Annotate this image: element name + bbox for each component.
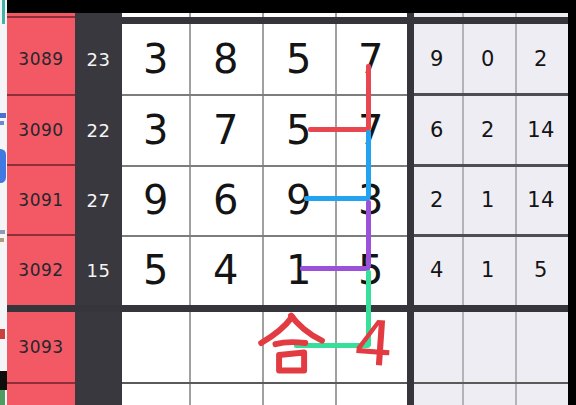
stat-cell: 14 (517, 187, 565, 213)
stat-cell: 2 (413, 187, 461, 213)
digit-cell: 5 (275, 36, 323, 82)
background-text-fragment (0, 113, 6, 118)
stat-cell: 2 (517, 46, 565, 72)
period-cell: 3091 (7, 189, 75, 211)
digit-cell: 6 (202, 177, 250, 223)
background-dark-blob (0, 371, 7, 390)
stat-cell: 6 (413, 117, 461, 143)
digit-cell: 5 (132, 247, 180, 293)
lottery-trend-chart: 3089 3090 3091 3092 3093 23 22 27 15 3 8… (0, 0, 576, 405)
stat-cell: 5 (517, 257, 565, 283)
thick-band-top (122, 17, 568, 25)
background-text-fragment (0, 329, 5, 339)
digit-cell: 3 (132, 107, 180, 153)
stat-cell: 0 (464, 46, 512, 72)
grid-vline (189, 13, 191, 405)
stats-hline (414, 234, 568, 237)
sum-cell (75, 336, 122, 358)
stat-cell: 1 (464, 257, 512, 283)
thick-band-mid (7, 305, 568, 312)
right-frame (568, 13, 576, 405)
grid-hline (122, 165, 407, 167)
stat-cell: 4 (413, 257, 461, 283)
background-avatar-blob (0, 149, 6, 183)
grid-hline (122, 382, 407, 384)
top-frame (7, 0, 576, 13)
period-separator (7, 164, 75, 166)
trend-line-red-vertical (366, 64, 371, 130)
stat-cell: 9 (413, 46, 461, 72)
period-separator (7, 16, 75, 18)
stat-cell: 14 (517, 117, 565, 143)
trend-line-blue-horizontal (304, 196, 370, 201)
sum-cell: 15 (75, 259, 122, 281)
period-separator (7, 94, 75, 96)
trend-line-purple-horizontal (300, 266, 370, 271)
he-character-drawing (254, 312, 328, 374)
stat-cell: 1 (464, 187, 512, 213)
period-cell: 3089 (7, 48, 75, 70)
background-text-fragment (0, 121, 4, 125)
sum-cell: 22 (75, 119, 122, 141)
sum-cell: 23 (75, 48, 122, 70)
trend-line-blue-vertical (366, 130, 371, 198)
stats-hline (414, 164, 568, 167)
digit-cell: 7 (347, 36, 395, 82)
background-green-fragment (0, 390, 5, 405)
period-cell: 3090 (7, 119, 75, 141)
period-separator (7, 234, 75, 236)
background-text-fragment (0, 238, 4, 242)
stat-cell: 2 (464, 117, 512, 143)
stats-hline (414, 93, 568, 96)
digit-cell: 3 (132, 36, 180, 82)
digit-cell: 9 (132, 177, 180, 223)
digit-cell: 7 (202, 107, 250, 153)
stats-hline (414, 382, 568, 384)
grid-hline (122, 235, 407, 237)
digit-cell: 8 (202, 36, 250, 82)
background-accent-line (2, 0, 5, 24)
background-window-edge (0, 0, 7, 405)
sum-cell: 27 (75, 189, 122, 211)
annotation-value: 4 (348, 312, 400, 375)
annotation-he-glyph: 合 (254, 312, 328, 374)
background-text-fragment (0, 230, 5, 234)
digit-cell: 4 (202, 247, 250, 293)
grid-hline (122, 94, 407, 96)
trend-line-purple-vertical (366, 200, 371, 268)
period-cell: 3093 (7, 336, 75, 358)
period-cell: 3092 (7, 259, 75, 281)
trend-line-red-horizontal (308, 127, 370, 132)
period-separator (7, 382, 75, 384)
